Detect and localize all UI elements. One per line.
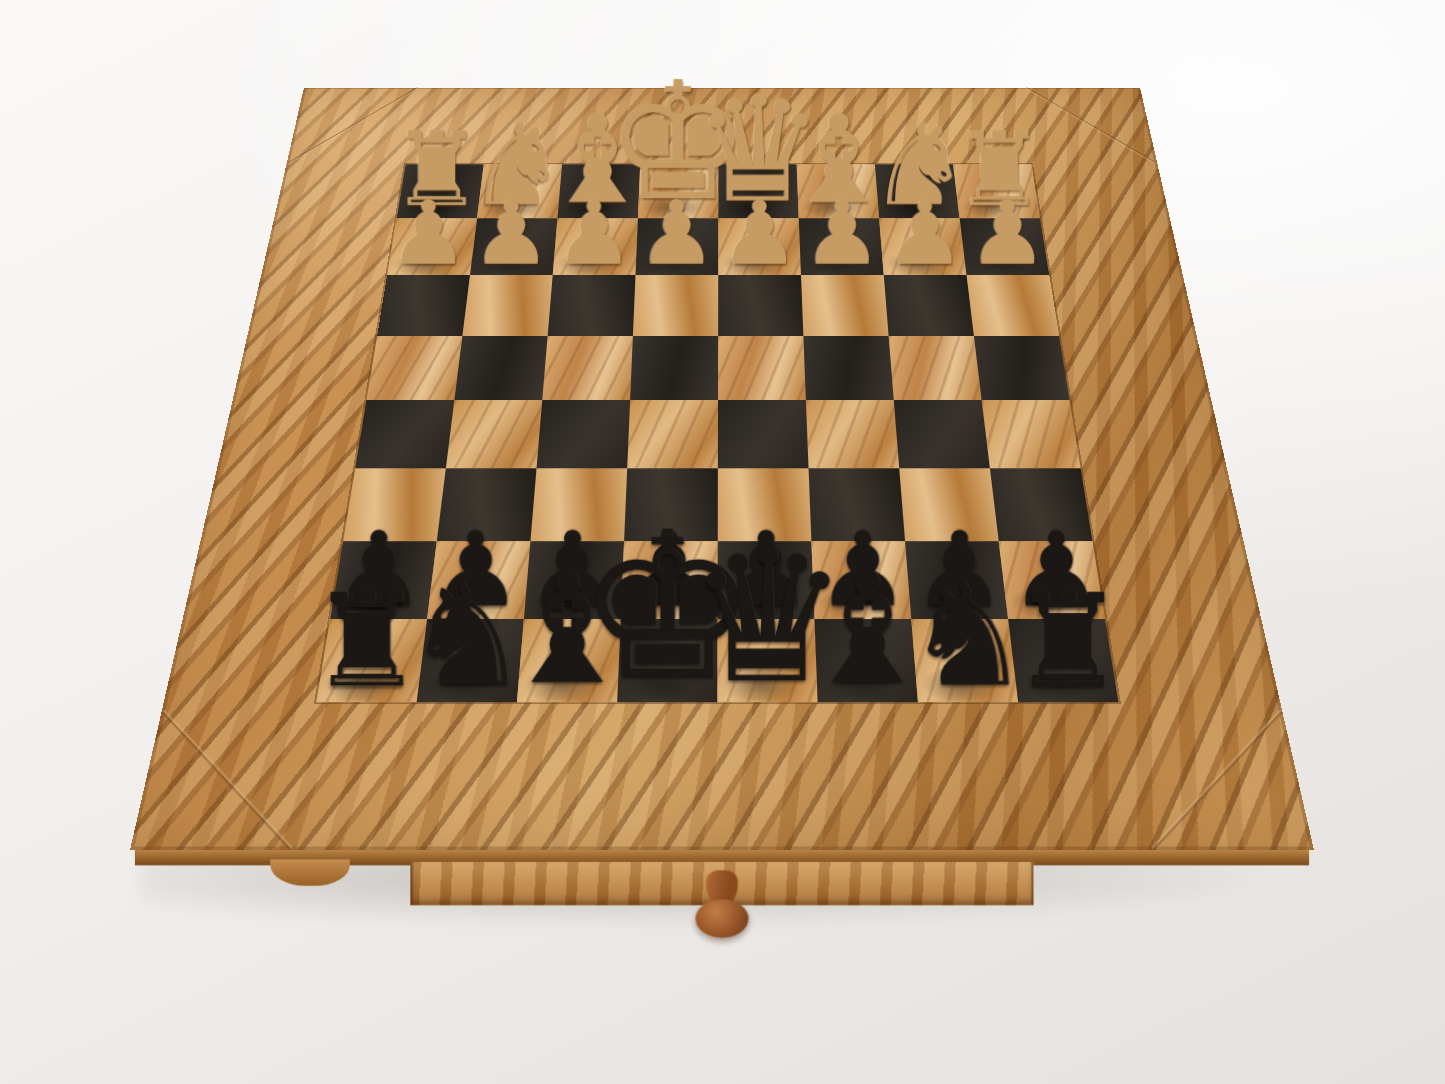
black-bishop[interactable]: ♝ — [799, 560, 936, 700]
board-square[interactable] — [894, 400, 990, 468]
board-square[interactable] — [718, 400, 809, 468]
frame-mitre-joint — [1129, 710, 1314, 850]
white-pawn[interactable]: ♟ — [803, 193, 882, 274]
board-square[interactable] — [633, 275, 718, 336]
board-square[interactable]: ♝ — [517, 619, 621, 702]
white-pawn[interactable]: ♟ — [720, 193, 799, 274]
board-square[interactable]: ♟ — [718, 218, 801, 275]
white-pawn[interactable]: ♟ — [637, 193, 716, 274]
board-square[interactable] — [548, 275, 636, 336]
board-square[interactable] — [537, 400, 631, 468]
board-square[interactable] — [884, 275, 974, 336]
board-square[interactable] — [366, 336, 462, 400]
board-square[interactable] — [803, 336, 893, 400]
board-square[interactable]: ♟ — [879, 218, 966, 275]
white-pawn[interactable]: ♟ — [885, 193, 964, 274]
white-pawn[interactable]: ♟ — [389, 193, 468, 274]
board-square[interactable]: ♟ — [960, 218, 1050, 275]
frame-mitre-joint — [130, 710, 315, 850]
drawer-knob-ball — [695, 899, 748, 938]
board-square[interactable] — [446, 400, 542, 468]
board-square[interactable]: ♟ — [799, 218, 884, 275]
board-square[interactable] — [967, 275, 1060, 336]
board-square[interactable] — [377, 275, 470, 336]
board-square[interactable] — [718, 336, 806, 400]
white-pawn[interactable]: ♟ — [555, 193, 634, 274]
perspective-scene: ♜♞♝♚♛♝♞♜♟♟♟♟♟♟♟♟♟♟♟♟♟♟♟♟♜♞♝♚♛♝♞♜ — [0, 0, 1445, 1084]
white-pawn[interactable]: ♟ — [472, 193, 551, 274]
photo-canvas: ♜♞♝♚♛♝♞♜♟♟♟♟♟♟♟♟♟♟♟♟♟♟♟♟♜♞♝♚♛♝♞♜ — [0, 0, 1445, 1084]
drawer-front — [410, 862, 1033, 905]
black-bishop[interactable]: ♝ — [499, 560, 636, 700]
board-square[interactable] — [542, 336, 633, 400]
board-square[interactable]: ♟ — [635, 218, 718, 275]
board-square[interactable] — [462, 275, 552, 336]
board-square[interactable] — [718, 275, 803, 336]
board-square[interactable] — [801, 275, 889, 336]
board-square[interactable]: ♟ — [387, 218, 477, 275]
board-square[interactable] — [454, 336, 547, 400]
base-foot — [270, 859, 350, 886]
board-square[interactable] — [355, 400, 454, 468]
board-grid: ♜♞♝♚♛♝♞♜♟♟♟♟♟♟♟♟♟♟♟♟♟♟♟♟♜♞♝♚♛♝♞♜ — [316, 164, 1118, 702]
board-square[interactable] — [630, 336, 718, 400]
board-square[interactable] — [974, 336, 1070, 400]
board-square[interactable]: ♟ — [553, 218, 638, 275]
board-square[interactable] — [806, 400, 899, 468]
chess-board: ♜♞♝♚♛♝♞♜♟♟♟♟♟♟♟♟♟♟♟♟♟♟♟♟♜♞♝♚♛♝♞♜ — [130, 88, 1314, 850]
drawer-knob[interactable] — [695, 870, 748, 938]
board-square[interactable]: ♝ — [814, 619, 918, 702]
board-square[interactable] — [627, 400, 718, 468]
board-square[interactable] — [889, 336, 982, 400]
board-frame: ♜♞♝♚♛♝♞♜♟♟♟♟♟♟♟♟♟♟♟♟♟♟♟♟♜♞♝♚♛♝♞♜ — [130, 88, 1314, 850]
board-square[interactable]: ♟ — [470, 218, 558, 275]
white-pawn[interactable]: ♟ — [968, 193, 1047, 274]
board-square[interactable] — [982, 400, 1081, 468]
